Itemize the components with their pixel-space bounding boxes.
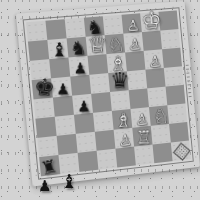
square-h3 <box>134 145 154 166</box>
square-a2: ♔ <box>140 12 160 32</box>
square-e4 <box>110 90 130 111</box>
square-d8: ♚ <box>32 78 53 99</box>
black-rook-h8: ♜ <box>38 156 58 178</box>
square-b1 <box>160 29 180 49</box>
square-c2: ♙ <box>144 49 164 69</box>
square-g8 <box>37 136 58 157</box>
square-b8 <box>28 40 49 61</box>
white-pawn-g4: ♙ <box>118 134 131 149</box>
square-g4: ♙ <box>114 128 134 149</box>
white-pawn-f3: ♙ <box>135 113 148 128</box>
black-pawn-e6: ♟ <box>77 100 91 115</box>
white-pawn-a3: ♙ <box>126 19 139 34</box>
border-printing <box>186 64 192 97</box>
square-g1 <box>169 122 189 143</box>
chess-board: ♞♙♔♝♞♕♘♙♟♗♙♚♟♛♟♗♙♘♙♖♜ <box>16 1 200 187</box>
square-f7 <box>55 115 76 136</box>
square-e6: ♟ <box>72 94 93 115</box>
square-f3: ♙ <box>130 107 150 128</box>
board-logo-emblem <box>173 143 191 161</box>
square-f8 <box>35 117 56 138</box>
square-d6 <box>70 75 91 96</box>
square-g7 <box>57 134 78 155</box>
square-a7 <box>45 19 66 40</box>
square-c5 <box>87 54 108 75</box>
square-a8 <box>26 21 47 42</box>
black-knight-b6: ♞ <box>69 38 86 57</box>
square-a3: ♙ <box>122 13 142 33</box>
square-h6 <box>78 151 99 172</box>
square-f5 <box>93 111 114 132</box>
square-b6: ♞ <box>67 37 88 58</box>
square-e1 <box>166 85 186 105</box>
square-e3 <box>129 88 149 109</box>
square-d1 <box>164 66 184 86</box>
square-h2 <box>153 143 173 164</box>
white-knight-f2: ♘ <box>152 106 170 126</box>
captured-black-bishop: ♝ <box>61 172 78 191</box>
square-e5 <box>91 92 112 113</box>
photo-frame: ♞♙♔♝♞♕♘♙♟♗♙♚♟♛♟♗♙♘♙♖♜ ♟♝ <box>0 0 200 200</box>
black-bishop-b7: ♝ <box>50 40 67 59</box>
white-queen-b5: ♕ <box>87 34 107 56</box>
square-b4: ♘ <box>105 34 126 55</box>
square-b2 <box>142 31 162 51</box>
square-g3: ♖ <box>132 126 152 147</box>
square-h8: ♜ <box>39 155 60 176</box>
square-d5 <box>89 73 110 94</box>
square-h5 <box>97 149 118 170</box>
black-pawn-d7: ♟ <box>56 82 70 97</box>
square-d3 <box>127 70 147 91</box>
white-bishop-f4: ♗ <box>115 111 132 130</box>
square-g6 <box>76 132 97 153</box>
white-pawn-c2: ♙ <box>148 55 161 70</box>
white-pawn-b3: ♙ <box>128 38 141 53</box>
square-d2 <box>145 68 165 88</box>
white-rook-g3: ♖ <box>136 129 152 147</box>
white-king-a2: ♔ <box>141 9 161 32</box>
board-grid: ♞♙♔♝♞♕♘♙♟♗♙♚♟♛♟♗♙♘♙♖♜ <box>26 10 191 176</box>
square-h4 <box>115 147 135 168</box>
square-e7 <box>53 96 74 117</box>
square-h1 <box>171 140 191 161</box>
captured-black-pawn: ♟ <box>38 179 51 194</box>
square-b3: ♙ <box>123 32 143 52</box>
square-b7: ♝ <box>47 38 68 59</box>
square-a6 <box>65 18 86 39</box>
square-c1 <box>162 48 182 68</box>
square-f2: ♘ <box>149 105 169 126</box>
black-queen-d4: ♛ <box>110 70 129 92</box>
square-d4: ♛ <box>108 71 128 92</box>
square-f6 <box>74 113 95 134</box>
black-pawn-c6: ♟ <box>73 62 87 77</box>
square-f4: ♗ <box>112 109 132 130</box>
square-c6: ♟ <box>68 56 89 77</box>
square-g5 <box>95 130 116 151</box>
square-b5: ♕ <box>86 35 107 56</box>
black-king-d8: ♚ <box>33 76 55 100</box>
